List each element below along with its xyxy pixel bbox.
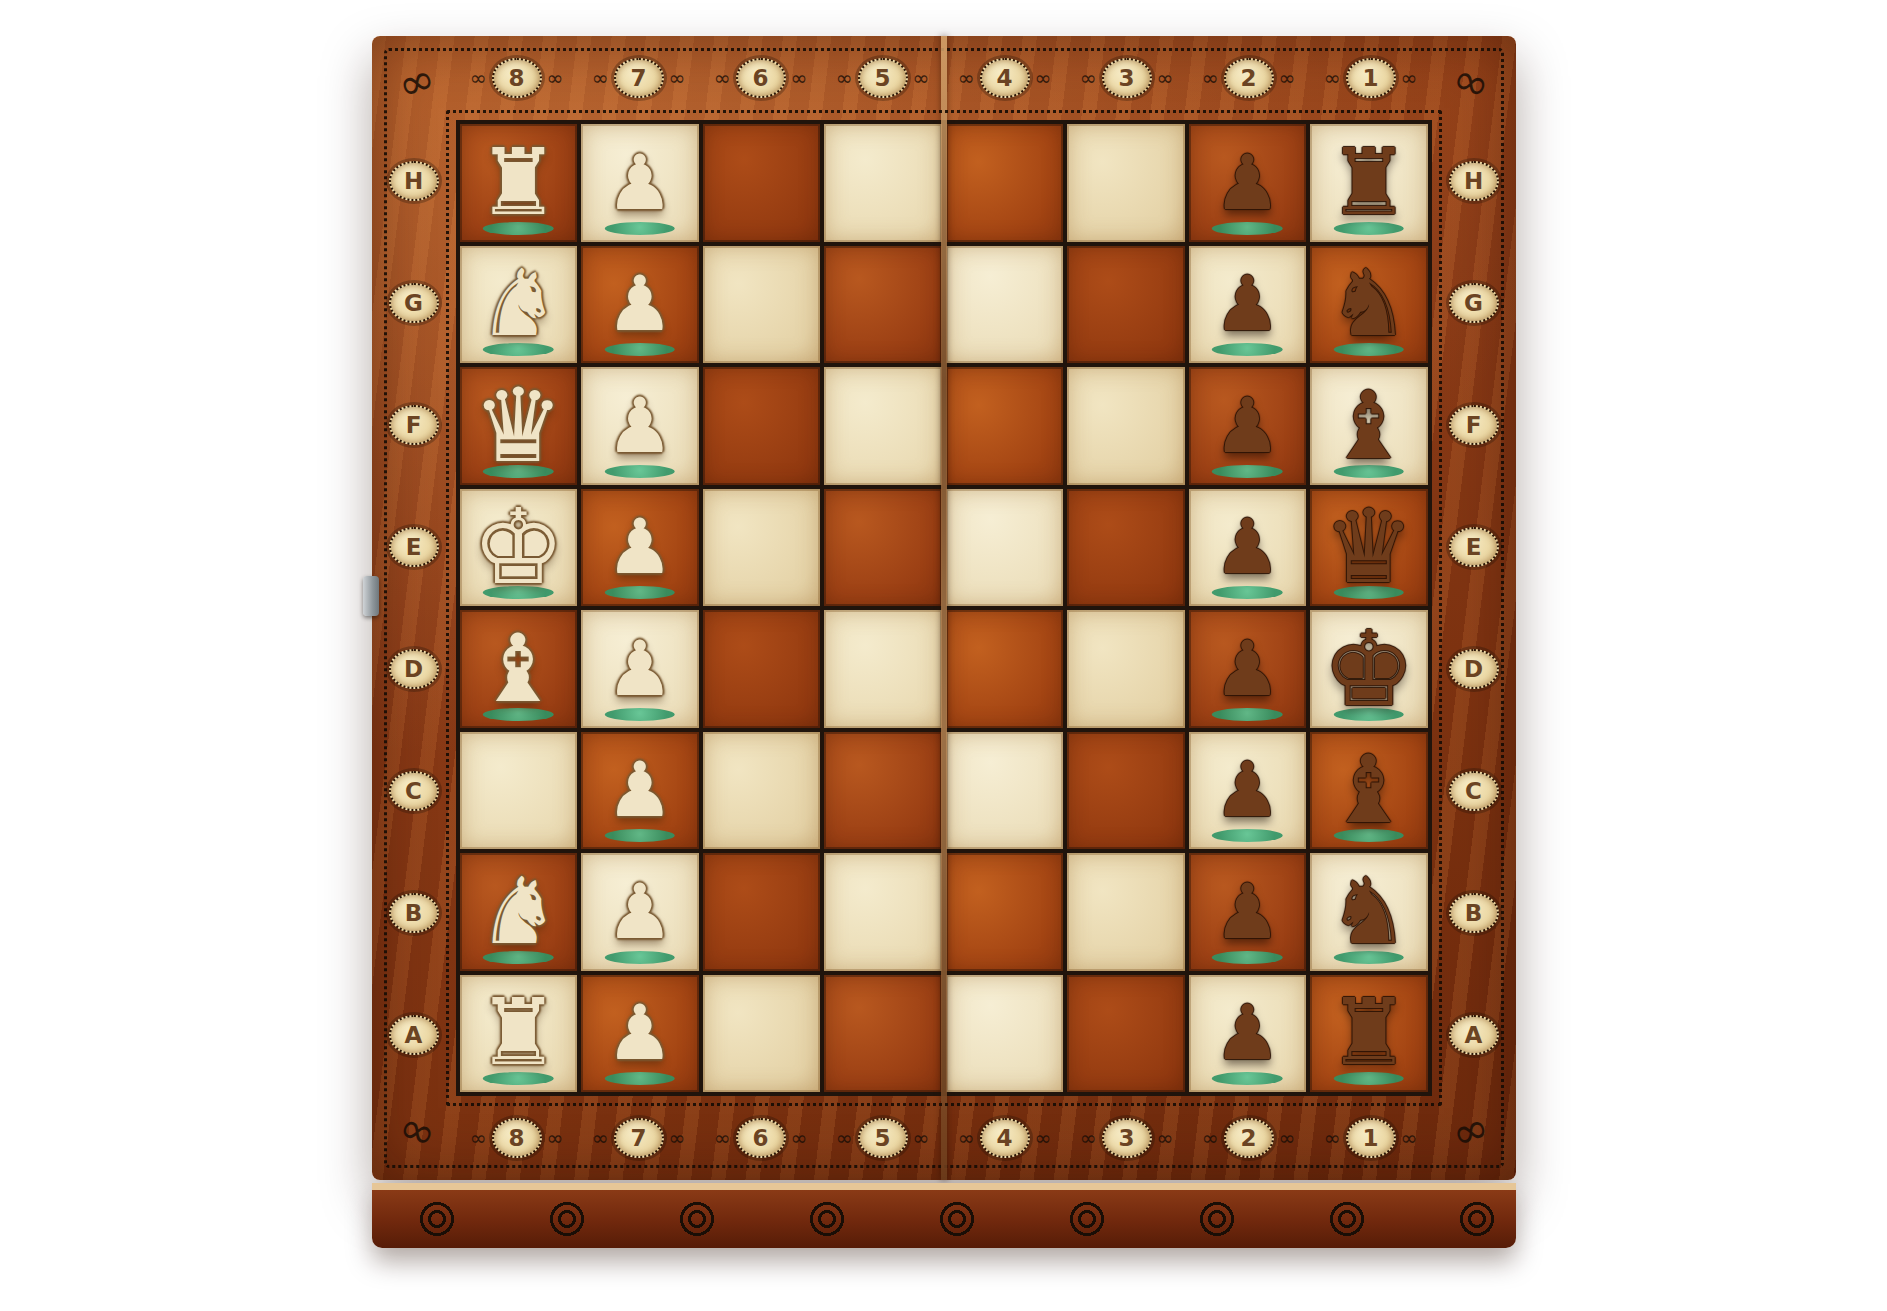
brown-king-d1[interactable]: ♚ xyxy=(1310,610,1428,728)
square-h6[interactable] xyxy=(703,124,821,242)
white-knight-g8[interactable]: ♞ xyxy=(460,246,578,364)
square-c8[interactable] xyxy=(460,732,578,850)
square-c5[interactable] xyxy=(824,732,942,850)
white-rook-h8[interactable]: ♜ xyxy=(460,124,578,242)
square-g1[interactable]: ♞ xyxy=(1310,246,1428,364)
white-queen-f8[interactable]: ♛ xyxy=(460,367,578,485)
coord-medallion: 1 xyxy=(1346,1118,1396,1158)
rank-labels-top: 87654321 xyxy=(456,52,1432,104)
square-f4[interactable] xyxy=(946,367,1064,485)
coord-medallion: C xyxy=(389,771,439,811)
coord-medallion: 2 xyxy=(1224,58,1274,98)
coord-medallion: C xyxy=(1449,771,1499,811)
coord-medallion: 3 xyxy=(1102,58,1152,98)
square-d4[interactable] xyxy=(946,610,1064,728)
square-h5[interactable] xyxy=(824,124,942,242)
coord-right-e: E xyxy=(1446,486,1502,608)
scroll-ornament-icon: ∞ xyxy=(391,1107,440,1161)
coord-top-7: 7 xyxy=(578,52,700,104)
coord-right-a: A xyxy=(1446,974,1502,1096)
brown-rook-a1[interactable]: ♜ xyxy=(1310,975,1428,1093)
brown-pawn-f2[interactable]: ♟ xyxy=(1189,367,1307,485)
white-pawn-e7[interactable]: ♟ xyxy=(581,489,699,607)
square-b8[interactable]: ♞ xyxy=(460,853,578,971)
brown-pawn-e2[interactable]: ♟ xyxy=(1189,489,1307,607)
square-d7[interactable]: ♟ xyxy=(581,610,699,728)
square-f3[interactable] xyxy=(1067,367,1185,485)
coord-bottom-2: 2 xyxy=(1188,1112,1310,1164)
coord-medallion: 6 xyxy=(736,58,786,98)
square-g2[interactable]: ♟ xyxy=(1189,246,1307,364)
coord-medallion: H xyxy=(1449,161,1499,201)
file-labels-right: HGFEDCBA xyxy=(1446,120,1502,1096)
coord-medallion: 1 xyxy=(1346,58,1396,98)
brown-knight-g1[interactable]: ♞ xyxy=(1310,246,1428,364)
white-pawn-c7[interactable]: ♟ xyxy=(581,732,699,850)
square-a8[interactable]: ♜ xyxy=(460,975,578,1093)
box-side-panel xyxy=(372,1183,1516,1248)
coord-top-6: 6 xyxy=(700,52,822,104)
coord-right-c: C xyxy=(1446,730,1502,852)
square-b3[interactable] xyxy=(1067,853,1185,971)
coord-left-a: A xyxy=(386,974,442,1096)
square-f2[interactable]: ♟ xyxy=(1189,367,1307,485)
white-king-e8[interactable]: ♚ xyxy=(460,489,578,607)
square-e8[interactable]: ♚ xyxy=(460,489,578,607)
square-d6[interactable] xyxy=(703,610,821,728)
coord-right-f: F xyxy=(1446,364,1502,486)
white-pawn-d7[interactable]: ♟ xyxy=(581,610,699,728)
coord-top-5: 5 xyxy=(822,52,944,104)
coord-medallion: 7 xyxy=(614,58,664,98)
brown-pawn-c2[interactable]: ♟ xyxy=(1189,732,1307,850)
coord-medallion: 8 xyxy=(492,58,542,98)
square-f6[interactable] xyxy=(703,367,821,485)
square-a3[interactable] xyxy=(1067,975,1185,1093)
coord-left-c: C xyxy=(386,730,442,852)
square-a7[interactable]: ♟ xyxy=(581,975,699,1093)
square-d5[interactable] xyxy=(824,610,942,728)
square-g3[interactable] xyxy=(1067,246,1185,364)
coord-medallion: 8 xyxy=(492,1118,542,1158)
square-b5[interactable] xyxy=(824,853,942,971)
coord-right-d: D xyxy=(1446,608,1502,730)
square-a1[interactable]: ♜ xyxy=(1310,975,1428,1093)
brown-pawn-a2[interactable]: ♟ xyxy=(1189,975,1307,1093)
coord-left-e: E xyxy=(386,486,442,608)
coord-medallion: 4 xyxy=(980,58,1030,98)
scroll-ornament-icon: ∞ xyxy=(1446,55,1495,109)
coord-medallion: A xyxy=(389,1015,439,1055)
coord-medallion: 5 xyxy=(858,1118,908,1158)
square-e3[interactable] xyxy=(1067,489,1185,607)
scroll-ornament-icon: ∞ xyxy=(1446,1107,1495,1161)
square-c2[interactable]: ♟ xyxy=(1189,732,1307,850)
coord-bottom-4: 4 xyxy=(944,1112,1066,1164)
brown-pawn-d2[interactable]: ♟ xyxy=(1189,610,1307,728)
white-pawn-h7[interactable]: ♟ xyxy=(581,124,699,242)
coord-top-2: 2 xyxy=(1188,52,1310,104)
coord-left-b: B xyxy=(386,852,442,974)
board-frame: ∞ ∞ ∞ ∞ 87654321 87654321 HGFEDCBA HGFED… xyxy=(372,36,1516,1180)
square-b4[interactable] xyxy=(946,853,1064,971)
square-c4[interactable] xyxy=(946,732,1064,850)
white-pawn-b7[interactable]: ♟ xyxy=(581,853,699,971)
scroll-ornament-icon: ∞ xyxy=(391,55,440,109)
coord-medallion: G xyxy=(1449,283,1499,323)
square-e7[interactable]: ♟ xyxy=(581,489,699,607)
square-a2[interactable]: ♟ xyxy=(1189,975,1307,1093)
brown-queen-e1[interactable]: ♛ xyxy=(1310,489,1428,607)
square-d8[interactable]: ♝ xyxy=(460,610,578,728)
square-e4[interactable] xyxy=(946,489,1064,607)
square-f7[interactable]: ♟ xyxy=(581,367,699,485)
coord-bottom-5: 5 xyxy=(822,1112,944,1164)
rank-labels-bottom: 87654321 xyxy=(456,1112,1432,1164)
brown-pawn-b2[interactable]: ♟ xyxy=(1189,853,1307,971)
metal-clasp xyxy=(363,576,379,616)
square-e6[interactable] xyxy=(703,489,821,607)
white-pawn-a7[interactable]: ♟ xyxy=(581,975,699,1093)
coord-left-g: G xyxy=(386,242,442,364)
square-g4[interactable] xyxy=(946,246,1064,364)
square-b1[interactable]: ♞ xyxy=(1310,853,1428,971)
coord-left-h: H xyxy=(386,120,442,242)
coord-medallion: D xyxy=(1449,649,1499,689)
square-c1[interactable]: ♝ xyxy=(1310,732,1428,850)
chess-box: ∞ ∞ ∞ ∞ 87654321 87654321 HGFEDCBA HGFED… xyxy=(372,36,1516,1248)
coord-medallion: H xyxy=(389,161,439,201)
brown-bishop-f1[interactable]: ♝ xyxy=(1310,367,1428,485)
square-c7[interactable]: ♟ xyxy=(581,732,699,850)
brown-rook-h1[interactable]: ♜ xyxy=(1310,124,1428,242)
coord-medallion: 2 xyxy=(1224,1118,1274,1158)
square-b2[interactable]: ♟ xyxy=(1189,853,1307,971)
coord-bottom-6: 6 xyxy=(700,1112,822,1164)
square-c6[interactable] xyxy=(703,732,821,850)
square-d1[interactable]: ♚ xyxy=(1310,610,1428,728)
coord-right-h: H xyxy=(1446,120,1502,242)
coord-medallion: 5 xyxy=(858,58,908,98)
square-g5[interactable] xyxy=(824,246,942,364)
square-g8[interactable]: ♞ xyxy=(460,246,578,364)
coord-medallion: E xyxy=(389,527,439,567)
square-f5[interactable] xyxy=(824,367,942,485)
square-f8[interactable]: ♛ xyxy=(460,367,578,485)
coord-medallion: 7 xyxy=(614,1118,664,1158)
square-e1[interactable]: ♛ xyxy=(1310,489,1428,607)
square-a5[interactable] xyxy=(824,975,942,1093)
coord-bottom-7: 7 xyxy=(578,1112,700,1164)
square-g6[interactable] xyxy=(703,246,821,364)
coord-medallion: A xyxy=(1449,1015,1499,1055)
square-e5[interactable] xyxy=(824,489,942,607)
brown-knight-b1[interactable]: ♞ xyxy=(1310,853,1428,971)
white-bishop-d8[interactable]: ♝ xyxy=(460,610,578,728)
square-h7[interactable]: ♟ xyxy=(581,124,699,242)
square-e2[interactable]: ♟ xyxy=(1189,489,1307,607)
coord-bottom-3: 3 xyxy=(1066,1112,1188,1164)
coord-medallion: D xyxy=(389,649,439,689)
coord-medallion: B xyxy=(1449,893,1499,933)
square-h4[interactable] xyxy=(946,124,1064,242)
coord-left-d: D xyxy=(386,608,442,730)
coord-medallion: 3 xyxy=(1102,1118,1152,1158)
coord-medallion: 4 xyxy=(980,1118,1030,1158)
square-f1[interactable]: ♝ xyxy=(1310,367,1428,485)
square-g7[interactable]: ♟ xyxy=(581,246,699,364)
file-labels-left: HGFEDCBA xyxy=(386,120,442,1096)
square-h8[interactable]: ♜ xyxy=(460,124,578,242)
coord-bottom-8: 8 xyxy=(456,1112,578,1164)
square-a4[interactable] xyxy=(946,975,1064,1093)
square-b6[interactable] xyxy=(703,853,821,971)
square-d3[interactable] xyxy=(1067,610,1185,728)
square-d2[interactable]: ♟ xyxy=(1189,610,1307,728)
coord-medallion: 6 xyxy=(736,1118,786,1158)
coord-left-f: F xyxy=(386,364,442,486)
coord-medallion: F xyxy=(389,405,439,445)
square-h1[interactable]: ♜ xyxy=(1310,124,1428,242)
square-b7[interactable]: ♟ xyxy=(581,853,699,971)
square-c3[interactable] xyxy=(1067,732,1185,850)
white-rook-a8[interactable]: ♜ xyxy=(460,975,578,1093)
coord-right-g: G xyxy=(1446,242,1502,364)
coord-medallion: E xyxy=(1449,527,1499,567)
square-h3[interactable] xyxy=(1067,124,1185,242)
coord-top-4: 4 xyxy=(944,52,1066,104)
photo-scene: ∞ ∞ ∞ ∞ 87654321 87654321 HGFEDCBA HGFED… xyxy=(0,0,1887,1311)
coord-medallion: F xyxy=(1449,405,1499,445)
brown-pawn-h2[interactable]: ♟ xyxy=(1189,124,1307,242)
coord-medallion: G xyxy=(389,283,439,323)
white-pawn-f7[interactable]: ♟ xyxy=(581,367,699,485)
coord-top-3: 3 xyxy=(1066,52,1188,104)
coord-bottom-1: 1 xyxy=(1310,1112,1432,1164)
brown-pawn-g2[interactable]: ♟ xyxy=(1189,246,1307,364)
white-knight-b8[interactable]: ♞ xyxy=(460,853,578,971)
brown-bishop-c1[interactable]: ♝ xyxy=(1310,732,1428,850)
coord-medallion: B xyxy=(389,893,439,933)
chess-board: ♜♟♟♜♞♟♟♞♛♟♟♝♚♟♟♛♝♟♟♚♟♟♝♞♟♟♞♜♟♟♜ xyxy=(456,120,1432,1096)
square-a6[interactable] xyxy=(703,975,821,1093)
coord-top-1: 1 xyxy=(1310,52,1432,104)
coord-top-8: 8 xyxy=(456,52,578,104)
coord-right-b: B xyxy=(1446,852,1502,974)
square-h2[interactable]: ♟ xyxy=(1189,124,1307,242)
white-pawn-g7[interactable]: ♟ xyxy=(581,246,699,364)
